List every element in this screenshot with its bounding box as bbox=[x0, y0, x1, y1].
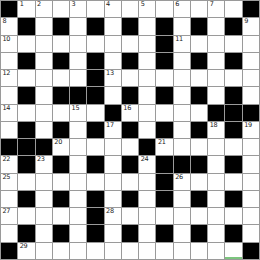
black-cell-r8c8 bbox=[139, 139, 155, 155]
grid-cell-r8c5[interactable] bbox=[87, 139, 103, 155]
grid-cell-r7c4[interactable] bbox=[70, 122, 86, 138]
black-cell-r3c11 bbox=[191, 53, 207, 69]
grid-cell-r12c13[interactable] bbox=[225, 208, 241, 224]
clue-number-26: 26 bbox=[175, 174, 183, 181]
grid-cell-r12c9[interactable] bbox=[156, 208, 172, 224]
grid-cell-r5c6[interactable] bbox=[105, 87, 121, 103]
grid-cell-r2c7[interactable] bbox=[122, 36, 138, 52]
grid-cell-r11c10[interactable] bbox=[174, 191, 190, 207]
black-cell-r7c13 bbox=[225, 122, 241, 138]
crossword-board: 1234567891011121314151617181920212223242… bbox=[0, 0, 260, 260]
grid-cell-r14c1[interactable]: 29 bbox=[18, 243, 34, 259]
grid-cell-r0c2[interactable]: 2 bbox=[36, 1, 52, 17]
black-cell-r5c1 bbox=[18, 87, 34, 103]
clue-number-11: 11 bbox=[175, 36, 183, 43]
grid-cell-r10c3[interactable] bbox=[53, 174, 69, 190]
grid-cell-r3c14[interactable] bbox=[243, 53, 259, 69]
grid-cell-r2c0[interactable]: 10 bbox=[1, 36, 17, 52]
grid-cell-r1c12[interactable] bbox=[208, 18, 224, 34]
black-cell-r7c1 bbox=[18, 122, 34, 138]
grid-cell-r2c1[interactable] bbox=[18, 36, 34, 52]
black-cell-r1c9 bbox=[156, 18, 172, 34]
black-cell-r9c10 bbox=[174, 156, 190, 172]
black-cell-r13c11 bbox=[191, 225, 207, 241]
black-cell-r13c7 bbox=[122, 225, 138, 241]
black-cell-r1c1 bbox=[18, 18, 34, 34]
grid-cell-r13c10[interactable] bbox=[174, 225, 190, 241]
black-cell-r3c7 bbox=[122, 53, 138, 69]
clue-number-1: 1 bbox=[20, 1, 24, 8]
grid-cell-r6c11[interactable] bbox=[191, 105, 207, 121]
clue-number-17: 17 bbox=[106, 122, 114, 129]
grid-cell-r0c11[interactable] bbox=[191, 1, 207, 17]
grid-cell-r2c2[interactable] bbox=[36, 36, 52, 52]
black-cell-r1c13 bbox=[225, 18, 241, 34]
black-cell-r13c13 bbox=[225, 225, 241, 241]
black-cell-r5c7 bbox=[122, 87, 138, 103]
grid-cell-r0c7[interactable] bbox=[122, 1, 138, 17]
grid-cell-r14c8[interactable] bbox=[139, 243, 155, 259]
clue-number-16: 16 bbox=[123, 105, 131, 112]
black-cell-r4c5 bbox=[87, 70, 103, 86]
grid-cell-r2c8[interactable] bbox=[139, 36, 155, 52]
grid-cell-r11c12[interactable] bbox=[208, 191, 224, 207]
grid-cell-r7c6[interactable]: 17 bbox=[105, 122, 121, 138]
grid-cell-r1c8[interactable] bbox=[139, 18, 155, 34]
black-cell-r7c9 bbox=[156, 122, 172, 138]
grid-cell-r10c13[interactable] bbox=[225, 174, 241, 190]
grid-cell-r0c13[interactable] bbox=[225, 1, 241, 17]
grid-cell-r10c10[interactable]: 26 bbox=[174, 174, 190, 190]
black-cell-r5c5 bbox=[87, 87, 103, 103]
grid-cell-r12c11[interactable] bbox=[191, 208, 207, 224]
clue-number-29: 29 bbox=[20, 243, 28, 250]
clue-number-5: 5 bbox=[141, 1, 145, 8]
black-cell-r14c14 bbox=[243, 243, 259, 259]
grid-cell-r10c11[interactable] bbox=[191, 174, 207, 190]
grid-cell-r11c14[interactable] bbox=[243, 191, 259, 207]
grid-cell-r5c10[interactable] bbox=[174, 87, 190, 103]
grid-cell-r7c14[interactable]: 19 bbox=[243, 122, 259, 138]
clue-number-12: 12 bbox=[3, 70, 11, 77]
grid-cell-r12c4[interactable] bbox=[70, 208, 86, 224]
grid-cell-r14c11[interactable] bbox=[191, 243, 207, 259]
grid-cell-r7c8[interactable] bbox=[139, 122, 155, 138]
clue-number-9: 9 bbox=[244, 18, 248, 25]
grid-cell-r1c10[interactable] bbox=[174, 18, 190, 34]
grid-cell-r9c0[interactable]: 22 bbox=[1, 156, 17, 172]
grid-cell-r4c11[interactable] bbox=[191, 70, 207, 86]
black-cell-r11c13 bbox=[225, 191, 241, 207]
grid-cell-r13c4[interactable] bbox=[70, 225, 86, 241]
grid-cell-r11c4[interactable] bbox=[70, 191, 86, 207]
grid-cell-r2c12[interactable] bbox=[208, 36, 224, 52]
grid-cell-r14c3[interactable] bbox=[53, 243, 69, 259]
grid-cell-r13c8[interactable] bbox=[139, 225, 155, 241]
black-cell-r5c3 bbox=[53, 87, 69, 103]
grid-cell-r3c8[interactable] bbox=[139, 53, 155, 69]
clue-number-25: 25 bbox=[3, 174, 11, 181]
grid-cell-r6c10[interactable] bbox=[174, 105, 190, 121]
grid-cell-r4c0[interactable]: 12 bbox=[1, 70, 17, 86]
black-cell-r8c2 bbox=[36, 139, 52, 155]
black-cell-r3c9 bbox=[156, 53, 172, 69]
grid-cell-r10c5[interactable] bbox=[87, 174, 103, 190]
black-cell-r13c1 bbox=[18, 225, 34, 241]
grid-cell-r4c4[interactable] bbox=[70, 70, 86, 86]
black-cell-r1c11 bbox=[191, 18, 207, 34]
clue-number-18: 18 bbox=[210, 122, 218, 129]
grid-cell-r14c10[interactable] bbox=[174, 243, 190, 259]
grid-cell-r5c14[interactable] bbox=[243, 87, 259, 103]
grid-cell-r0c10[interactable]: 6 bbox=[174, 1, 190, 17]
black-cell-r8c0 bbox=[1, 139, 17, 155]
grid-cell-r10c6[interactable] bbox=[105, 174, 121, 190]
black-cell-r13c3 bbox=[53, 225, 69, 241]
black-cell-r9c13 bbox=[225, 156, 241, 172]
clue-number-28: 28 bbox=[106, 208, 114, 215]
black-cell-r5c4 bbox=[70, 87, 86, 103]
grid-cell-r10c4[interactable] bbox=[70, 174, 86, 190]
grid-cell-r4c3[interactable] bbox=[53, 70, 69, 86]
cursor-cell-r14c13[interactable] bbox=[225, 243, 241, 259]
grid-cell-r0c1[interactable]: 1 bbox=[18, 1, 34, 17]
clue-number-6: 6 bbox=[175, 1, 179, 8]
black-cell-r11c11 bbox=[191, 191, 207, 207]
grid-cell-r1c6[interactable] bbox=[105, 18, 121, 34]
black-cell-r0c0 bbox=[1, 1, 17, 17]
grid-cell-r8c10[interactable] bbox=[174, 139, 190, 155]
grid-cell-r11c8[interactable] bbox=[139, 191, 155, 207]
grid-cell-r5c12[interactable] bbox=[208, 87, 224, 103]
black-cell-r7c7 bbox=[122, 122, 138, 138]
grid-cell-r2c5[interactable] bbox=[87, 36, 103, 52]
grid-cell-r8c3[interactable]: 20 bbox=[53, 139, 69, 155]
black-cell-r6c6 bbox=[105, 105, 121, 121]
clue-number-8: 8 bbox=[3, 18, 7, 25]
grid-cell-r0c4[interactable]: 3 bbox=[70, 1, 86, 17]
grid-cell-r8c12[interactable] bbox=[208, 139, 224, 155]
clue-number-4: 4 bbox=[106, 1, 110, 8]
black-cell-r3c1 bbox=[18, 53, 34, 69]
grid-cell-r13c12[interactable] bbox=[208, 225, 224, 241]
black-cell-r9c7 bbox=[122, 156, 138, 172]
grid-cell-r2c13[interactable] bbox=[225, 36, 241, 52]
grid-cell-r3c6[interactable] bbox=[105, 53, 121, 69]
grid-cell-r6c2[interactable] bbox=[36, 105, 52, 121]
grid-cell-r12c3[interactable] bbox=[53, 208, 69, 224]
grid-cell-r13c6[interactable] bbox=[105, 225, 121, 241]
black-cell-r3c5 bbox=[87, 53, 103, 69]
clue-number-13: 13 bbox=[106, 70, 114, 77]
black-cell-r0c14 bbox=[243, 1, 259, 17]
grid-cell-r9c6[interactable] bbox=[105, 156, 121, 172]
clue-number-3: 3 bbox=[72, 1, 76, 8]
grid-cell-r7c0[interactable] bbox=[1, 122, 17, 138]
grid-cell-r14c2[interactable] bbox=[36, 243, 52, 259]
grid-cell-r1c14[interactable]: 9 bbox=[243, 18, 259, 34]
grid-cell-r13c2[interactable] bbox=[36, 225, 52, 241]
grid-cell-r14c12[interactable] bbox=[208, 243, 224, 259]
grid-cell-r6c9[interactable] bbox=[156, 105, 172, 121]
black-cell-r2c9 bbox=[156, 36, 172, 52]
grid-cell-r2c11[interactable] bbox=[191, 36, 207, 52]
grid-cell-r3c0[interactable] bbox=[1, 53, 17, 69]
black-cell-r7c5 bbox=[87, 122, 103, 138]
black-cell-r9c1 bbox=[18, 156, 34, 172]
grid-cell-r10c12[interactable] bbox=[208, 174, 224, 190]
grid-cell-r6c1[interactable] bbox=[18, 105, 34, 121]
grid-cell-r0c5[interactable] bbox=[87, 1, 103, 17]
grid-cell-r14c4[interactable] bbox=[70, 243, 86, 259]
black-cell-r6c12 bbox=[208, 105, 224, 121]
grid-cell-r3c2[interactable] bbox=[36, 53, 52, 69]
grid-cell-r0c9[interactable] bbox=[156, 1, 172, 17]
black-cell-r13c9 bbox=[156, 225, 172, 241]
grid-cell-r4c12[interactable] bbox=[208, 70, 224, 86]
clue-number-27: 27 bbox=[3, 208, 11, 215]
grid-cell-r1c2[interactable] bbox=[36, 18, 52, 34]
black-cell-r9c11 bbox=[191, 156, 207, 172]
black-cell-r12c5 bbox=[87, 208, 103, 224]
clue-number-21: 21 bbox=[158, 139, 166, 146]
black-cell-r1c3 bbox=[53, 18, 69, 34]
grid-cell-r6c4[interactable]: 15 bbox=[70, 105, 86, 121]
black-cell-r3c13 bbox=[225, 53, 241, 69]
grid-cell-r4c6[interactable]: 13 bbox=[105, 70, 121, 86]
grid-cell-r8c13[interactable] bbox=[225, 139, 241, 155]
clue-number-10: 10 bbox=[3, 36, 11, 43]
crossword-page: 1234567891011121314151617181920212223242… bbox=[0, 0, 260, 260]
grid-cell-r4c9[interactable] bbox=[156, 70, 172, 86]
grid-cell-r10c2[interactable] bbox=[36, 174, 52, 190]
grid-cell-r6c5[interactable] bbox=[87, 105, 103, 121]
black-cell-r5c9 bbox=[156, 87, 172, 103]
grid-cell-r1c4[interactable] bbox=[70, 18, 86, 34]
grid-cell-r7c12[interactable]: 18 bbox=[208, 122, 224, 138]
clue-number-23: 23 bbox=[37, 156, 45, 163]
grid-cell-r7c10[interactable] bbox=[174, 122, 190, 138]
grid-cell-r10c7[interactable] bbox=[122, 174, 138, 190]
grid-cell-r0c3[interactable] bbox=[53, 1, 69, 17]
grid-cell-r13c0[interactable] bbox=[1, 225, 17, 241]
grid-cell-r9c8[interactable]: 24 bbox=[139, 156, 155, 172]
grid-cell-r10c0[interactable]: 25 bbox=[1, 174, 17, 190]
grid-cell-r4c8[interactable] bbox=[139, 70, 155, 86]
grid-cell-r14c6[interactable] bbox=[105, 243, 121, 259]
black-cell-r9c9 bbox=[156, 156, 172, 172]
grid-cell-r13c14[interactable] bbox=[243, 225, 259, 241]
grid-cell-r8c6[interactable] bbox=[105, 139, 121, 155]
grid-cell-r5c0[interactable] bbox=[1, 87, 17, 103]
black-cell-r11c1 bbox=[18, 191, 34, 207]
grid-cell-r12c10[interactable] bbox=[174, 208, 190, 224]
grid-cell-r9c12[interactable] bbox=[208, 156, 224, 172]
black-cell-r11c5 bbox=[87, 191, 103, 207]
grid-cell-r12c8[interactable] bbox=[139, 208, 155, 224]
grid-cell-r2c3[interactable] bbox=[53, 36, 69, 52]
grid-cell-r6c7[interactable]: 16 bbox=[122, 105, 138, 121]
clue-number-15: 15 bbox=[72, 105, 80, 112]
grid-cell-r4c14[interactable] bbox=[243, 70, 259, 86]
black-cell-r7c3 bbox=[53, 122, 69, 138]
grid-cell-r4c10[interactable] bbox=[174, 70, 190, 86]
grid-cell-r3c10[interactable] bbox=[174, 53, 190, 69]
grid-cell-r14c7[interactable] bbox=[122, 243, 138, 259]
grid-cell-r12c7[interactable] bbox=[122, 208, 138, 224]
grid-cell-r6c8[interactable] bbox=[139, 105, 155, 121]
black-cell-r14c0 bbox=[1, 243, 17, 259]
grid-cell-r2c10[interactable]: 11 bbox=[174, 36, 190, 52]
black-cell-r7c11 bbox=[191, 122, 207, 138]
clue-number-22: 22 bbox=[3, 156, 11, 163]
grid-cell-r3c12[interactable] bbox=[208, 53, 224, 69]
grid-cell-r12c14[interactable] bbox=[243, 208, 259, 224]
black-cell-r9c3 bbox=[53, 156, 69, 172]
black-cell-r8c1 bbox=[18, 139, 34, 155]
grid-cell-r9c4[interactable] bbox=[70, 156, 86, 172]
grid-cell-r4c13[interactable] bbox=[225, 70, 241, 86]
grid-cell-r2c4[interactable] bbox=[70, 36, 86, 52]
grid-cell-r5c2[interactable] bbox=[36, 87, 52, 103]
grid-cell-r0c6[interactable]: 4 bbox=[105, 1, 121, 17]
black-cell-r11c9 bbox=[156, 191, 172, 207]
black-cell-r5c11 bbox=[191, 87, 207, 103]
clue-number-24: 24 bbox=[141, 156, 149, 163]
grid-cell-r0c12[interactable]: 7 bbox=[208, 1, 224, 17]
black-cell-r11c3 bbox=[53, 191, 69, 207]
grid-cell-r12c12[interactable] bbox=[208, 208, 224, 224]
grid-cell-r7c2[interactable] bbox=[36, 122, 52, 138]
grid-cell-r8c7[interactable] bbox=[122, 139, 138, 155]
grid-cell-r11c2[interactable] bbox=[36, 191, 52, 207]
black-cell-r11c7 bbox=[122, 191, 138, 207]
clue-number-20: 20 bbox=[54, 139, 62, 146]
clue-number-14: 14 bbox=[3, 105, 11, 112]
black-cell-r5c13 bbox=[225, 87, 241, 103]
grid-cell-r12c0[interactable]: 27 bbox=[1, 208, 17, 224]
grid-cell-r6c3[interactable] bbox=[53, 105, 69, 121]
grid-cell-r10c1[interactable] bbox=[18, 174, 34, 190]
grid-cell-r10c8[interactable] bbox=[139, 174, 155, 190]
grid-cell-r8c4[interactable] bbox=[70, 139, 86, 155]
grid-cell-r6c0[interactable]: 14 bbox=[1, 105, 17, 121]
grid-cell-r3c4[interactable] bbox=[70, 53, 86, 69]
clue-number-19: 19 bbox=[244, 122, 252, 129]
grid-cell-r8c14[interactable] bbox=[243, 139, 259, 155]
black-cell-r1c5 bbox=[87, 18, 103, 34]
clue-number-2: 2 bbox=[37, 1, 41, 8]
grid-cell-r0c8[interactable]: 5 bbox=[139, 1, 155, 17]
clue-number-7: 7 bbox=[210, 1, 214, 8]
grid-cell-r12c6[interactable]: 28 bbox=[105, 208, 121, 224]
grid-cell-r10c14[interactable] bbox=[243, 174, 259, 190]
grid-cell-r11c6[interactable] bbox=[105, 191, 121, 207]
grid-cell-r9c14[interactable] bbox=[243, 156, 259, 172]
grid-cell-r8c11[interactable] bbox=[191, 139, 207, 155]
grid-cell-r4c2[interactable] bbox=[36, 70, 52, 86]
black-cell-r1c7 bbox=[122, 18, 138, 34]
grid-cell-r5c8[interactable] bbox=[139, 87, 155, 103]
grid-cell-r9c2[interactable]: 23 bbox=[36, 156, 52, 172]
black-cell-r9c5 bbox=[87, 156, 103, 172]
grid-cell-r14c9[interactable] bbox=[156, 243, 172, 259]
black-cell-r13c5 bbox=[87, 225, 103, 241]
black-cell-r6c14 bbox=[243, 105, 259, 121]
grid-cell-r11c0[interactable] bbox=[1, 191, 17, 207]
grid-cell-r1c0[interactable]: 8 bbox=[1, 18, 17, 34]
grid-cell-r4c7[interactable] bbox=[122, 70, 138, 86]
black-cell-r10c9 bbox=[156, 174, 172, 190]
grid-cell-r12c2[interactable] bbox=[36, 208, 52, 224]
grid-cell-r12c1[interactable] bbox=[18, 208, 34, 224]
grid-cell-r8c9[interactable]: 21 bbox=[156, 139, 172, 155]
grid-cell-r14c5[interactable] bbox=[87, 243, 103, 259]
grid-cell-r2c14[interactable] bbox=[243, 36, 259, 52]
grid-cell-r2c6[interactable] bbox=[105, 36, 121, 52]
grid-cell-r4c1[interactable] bbox=[18, 70, 34, 86]
black-cell-r6c13 bbox=[225, 105, 241, 121]
black-cell-r3c3 bbox=[53, 53, 69, 69]
